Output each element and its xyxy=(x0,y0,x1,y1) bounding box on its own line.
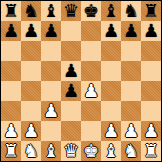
square-c5[interactable] xyxy=(41,61,61,81)
white-queen-piece[interactable]: ♛ xyxy=(61,141,81,161)
square-h2[interactable]: ♟ xyxy=(141,121,161,141)
square-b1[interactable]: ♞ xyxy=(21,141,41,161)
black-pawn-piece[interactable]: ♟ xyxy=(121,21,141,41)
square-d8[interactable]: ♛ xyxy=(61,1,81,21)
white-pawn-piece[interactable]: ♟ xyxy=(121,121,141,141)
square-e2[interactable] xyxy=(81,121,101,141)
black-pawn-piece[interactable]: ♟ xyxy=(61,81,81,101)
square-a8[interactable]: ♜ xyxy=(1,1,21,21)
square-h3[interactable] xyxy=(141,101,161,121)
square-d7[interactable] xyxy=(61,21,81,41)
square-b7[interactable]: ♟ xyxy=(21,21,41,41)
square-h5[interactable] xyxy=(141,61,161,81)
square-f8[interactable]: ♝ xyxy=(101,1,121,21)
square-e3[interactable] xyxy=(81,101,101,121)
square-d4[interactable]: ♟ xyxy=(61,81,81,101)
square-b2[interactable]: ♟ xyxy=(21,121,41,141)
black-pawn-piece[interactable]: ♟ xyxy=(61,61,81,81)
black-queen-piece[interactable]: ♛ xyxy=(61,1,81,21)
square-e6[interactable] xyxy=(81,41,101,61)
square-b5[interactable] xyxy=(21,61,41,81)
square-g1[interactable]: ♞ xyxy=(121,141,141,161)
square-a4[interactable] xyxy=(1,81,21,101)
square-d5[interactable]: ♟ xyxy=(61,61,81,81)
square-h6[interactable] xyxy=(141,41,161,61)
white-pawn-piece[interactable]: ♟ xyxy=(141,121,161,141)
square-b8[interactable]: ♞ xyxy=(21,1,41,21)
black-pawn-piece[interactable]: ♟ xyxy=(21,21,41,41)
square-d6[interactable] xyxy=(61,41,81,61)
black-knight-piece[interactable]: ♞ xyxy=(121,1,141,21)
square-c2[interactable] xyxy=(41,121,61,141)
square-g2[interactable]: ♟ xyxy=(121,121,141,141)
black-pawn-piece[interactable]: ♟ xyxy=(41,21,61,41)
square-h7[interactable]: ♟ xyxy=(141,21,161,41)
white-bishop-piece[interactable]: ♝ xyxy=(41,141,61,161)
square-f5[interactable] xyxy=(101,61,121,81)
chess-board: ♜♞♝♛♚♝♞♜♟♟♟♟♟♟♟♟♟♟♟♟♟♟♟♜♞♝♛♚♝♞♜ xyxy=(0,0,162,162)
black-pawn-piece[interactable]: ♟ xyxy=(141,21,161,41)
square-b6[interactable] xyxy=(21,41,41,61)
square-g4[interactable] xyxy=(121,81,141,101)
square-a2[interactable]: ♟ xyxy=(1,121,21,141)
square-h8[interactable]: ♜ xyxy=(141,1,161,21)
square-g5[interactable] xyxy=(121,61,141,81)
square-b3[interactable] xyxy=(21,101,41,121)
square-c1[interactable]: ♝ xyxy=(41,141,61,161)
black-pawn-piece[interactable]: ♟ xyxy=(101,21,121,41)
square-f1[interactable]: ♝ xyxy=(101,141,121,161)
square-a5[interactable] xyxy=(1,61,21,81)
square-f6[interactable] xyxy=(101,41,121,61)
square-d1[interactable]: ♛ xyxy=(61,141,81,161)
square-d2[interactable] xyxy=(61,121,81,141)
square-f2[interactable]: ♟ xyxy=(101,121,121,141)
black-knight-piece[interactable]: ♞ xyxy=(21,1,41,21)
black-pawn-piece[interactable]: ♟ xyxy=(1,21,21,41)
square-c8[interactable]: ♝ xyxy=(41,1,61,21)
square-e8[interactable]: ♚ xyxy=(81,1,101,21)
square-g7[interactable]: ♟ xyxy=(121,21,141,41)
square-a7[interactable]: ♟ xyxy=(1,21,21,41)
black-bishop-piece[interactable]: ♝ xyxy=(101,1,121,21)
square-e5[interactable] xyxy=(81,61,101,81)
white-rook-piece[interactable]: ♜ xyxy=(1,141,21,161)
square-g3[interactable] xyxy=(121,101,141,121)
square-c7[interactable]: ♟ xyxy=(41,21,61,41)
square-a3[interactable] xyxy=(1,101,21,121)
black-bishop-piece[interactable]: ♝ xyxy=(41,1,61,21)
square-c6[interactable] xyxy=(41,41,61,61)
white-pawn-piece[interactable]: ♟ xyxy=(81,81,101,101)
black-king-piece[interactable]: ♚ xyxy=(81,1,101,21)
white-knight-piece[interactable]: ♞ xyxy=(21,141,41,161)
square-e7[interactable] xyxy=(81,21,101,41)
white-pawn-piece[interactable]: ♟ xyxy=(101,121,121,141)
square-d3[interactable] xyxy=(61,101,81,121)
square-a6[interactable] xyxy=(1,41,21,61)
square-c4[interactable] xyxy=(41,81,61,101)
square-g6[interactable] xyxy=(121,41,141,61)
black-rook-piece[interactable]: ♜ xyxy=(1,1,21,21)
square-h1[interactable]: ♜ xyxy=(141,141,161,161)
square-c3[interactable]: ♟ xyxy=(41,101,61,121)
white-king-piece[interactable]: ♚ xyxy=(81,141,101,161)
square-f3[interactable] xyxy=(101,101,121,121)
square-e1[interactable]: ♚ xyxy=(81,141,101,161)
square-f7[interactable]: ♟ xyxy=(101,21,121,41)
square-b4[interactable] xyxy=(21,81,41,101)
white-pawn-piece[interactable]: ♟ xyxy=(21,121,41,141)
black-rook-piece[interactable]: ♜ xyxy=(141,1,161,21)
white-pawn-piece[interactable]: ♟ xyxy=(1,121,21,141)
white-rook-piece[interactable]: ♜ xyxy=(141,141,161,161)
white-pawn-piece[interactable]: ♟ xyxy=(41,101,61,121)
square-f4[interactable] xyxy=(101,81,121,101)
square-h4[interactable] xyxy=(141,81,161,101)
square-g8[interactable]: ♞ xyxy=(121,1,141,21)
square-a1[interactable]: ♜ xyxy=(1,141,21,161)
square-e4[interactable]: ♟ xyxy=(81,81,101,101)
white-knight-piece[interactable]: ♞ xyxy=(121,141,141,161)
white-bishop-piece[interactable]: ♝ xyxy=(101,141,121,161)
